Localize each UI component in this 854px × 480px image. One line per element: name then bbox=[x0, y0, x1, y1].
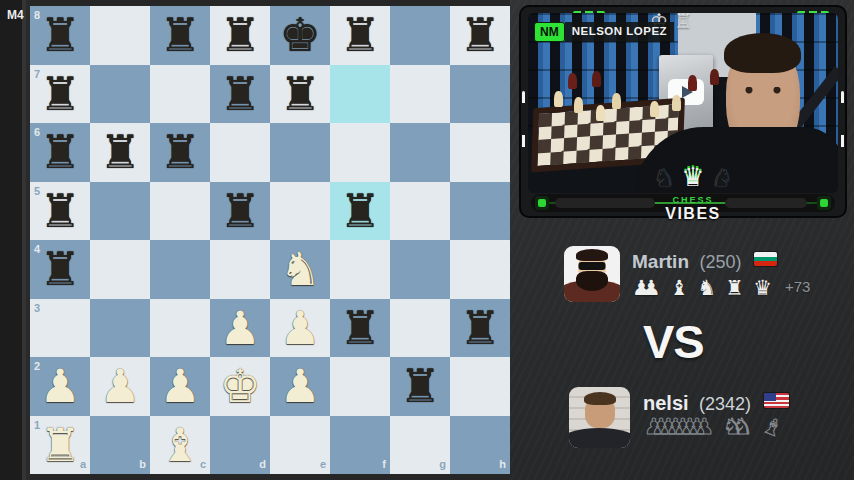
square-b4[interactable] bbox=[90, 240, 150, 299]
bar-pill-left bbox=[555, 198, 655, 208]
square-h4[interactable] bbox=[450, 240, 510, 299]
streamer-title-row: NM NELSON LOPEZ bbox=[534, 22, 674, 42]
piece-white-pawn[interactable]: ♟ bbox=[150, 357, 210, 416]
captured-white-queen: ♛ bbox=[753, 276, 772, 300]
avatar-hair bbox=[584, 392, 616, 405]
file-label: g bbox=[439, 459, 446, 470]
piece-black-rook[interactable]: ♜ bbox=[450, 6, 510, 65]
chess-vibes-logo: ♞ ♛ ♞ CHESS VIBES bbox=[643, 162, 743, 222]
file-label: e bbox=[320, 459, 326, 470]
logo-knight-left-icon: ♞ bbox=[654, 164, 676, 192]
square-d6[interactable] bbox=[210, 123, 270, 182]
square-g6[interactable] bbox=[390, 123, 450, 182]
rank-label: 3 bbox=[34, 303, 40, 314]
square-a7[interactable]: 7♜ bbox=[30, 65, 90, 124]
piece-black-rook[interactable]: ♜ bbox=[390, 357, 450, 416]
player-top-name[interactable]: Martin bbox=[632, 251, 689, 272]
logo-text-vibes: VIBES bbox=[643, 205, 743, 222]
square-c4[interactable] bbox=[150, 240, 210, 299]
frame-light-left bbox=[522, 91, 525, 165]
square-e2[interactable]: ♟ bbox=[270, 357, 330, 416]
square-f4[interactable] bbox=[330, 240, 390, 299]
square-f6[interactable] bbox=[330, 123, 390, 182]
player-top-captured-pieces: ♟♟♝♞♜♛+73 bbox=[632, 276, 810, 300]
player-bottom-captured-pieces: ♟♟♟♟♟♟♟♟♞♞♝ bbox=[644, 414, 780, 439]
square-c6[interactable]: ♜ bbox=[150, 123, 210, 182]
square-g8[interactable] bbox=[390, 6, 450, 65]
square-b1[interactable]: b bbox=[90, 416, 150, 475]
bar-green-icon-left bbox=[535, 196, 549, 210]
piece-black-rook[interactable]: ♜ bbox=[30, 123, 90, 182]
move-label: M4 bbox=[7, 8, 24, 22]
square-e8[interactable]: ♚ bbox=[270, 6, 330, 65]
piece-black-rook[interactable]: ♜ bbox=[90, 123, 150, 182]
square-h1[interactable]: h bbox=[450, 416, 510, 475]
player-top-rating: (250) bbox=[699, 252, 741, 272]
square-b3[interactable] bbox=[90, 299, 150, 358]
square-g3[interactable] bbox=[390, 299, 450, 358]
captured-black-pawns: ♟♟♟♟♟♟♟♟ bbox=[644, 414, 714, 439]
material-advantage: +73 bbox=[785, 278, 810, 295]
cream-chess-pieces bbox=[554, 91, 563, 107]
streamer-name-label: NELSON LOPEZ bbox=[565, 22, 674, 42]
square-g5[interactable] bbox=[390, 182, 450, 241]
avatar-hair bbox=[576, 249, 608, 261]
chess-board[interactable]: 8♜♜♜♚♜♜7♜♜♜6♜♜♜5♜♜♜4♜♞3♟♟♜♜2♟♟♟♚♟♜1a♜bc♝… bbox=[30, 6, 510, 474]
captured-white-rook: ♜ bbox=[725, 276, 744, 300]
piece-black-rook[interactable]: ♜ bbox=[30, 65, 90, 124]
square-g2[interactable]: ♜ bbox=[390, 357, 450, 416]
square-c8[interactable]: ♜ bbox=[150, 6, 210, 65]
avatar-shirt bbox=[569, 428, 630, 448]
square-c3[interactable] bbox=[150, 299, 210, 358]
piece-black-rook[interactable]: ♜ bbox=[330, 299, 390, 358]
square-a1[interactable]: 1a♜ bbox=[30, 416, 90, 475]
piece-black-rook[interactable]: ♜ bbox=[210, 6, 270, 65]
piece-black-rook[interactable]: ♜ bbox=[30, 182, 90, 241]
square-b7[interactable] bbox=[90, 65, 150, 124]
piece-white-pawn[interactable]: ♟ bbox=[270, 299, 330, 358]
square-b8[interactable] bbox=[90, 6, 150, 65]
left-sidebar: M4 bbox=[0, 0, 30, 480]
square-d5[interactable]: ♜ bbox=[210, 182, 270, 241]
piece-black-rook[interactable]: ♜ bbox=[150, 6, 210, 65]
usa-flag-icon bbox=[764, 393, 789, 408]
right-panel: ♔ ♖ NM NELSON LOPEZ bbox=[510, 0, 854, 480]
square-a6[interactable]: 6♜ bbox=[30, 123, 90, 182]
player-bottom-avatar[interactable] bbox=[569, 387, 630, 448]
file-label: b bbox=[139, 459, 146, 470]
square-f7[interactable] bbox=[330, 65, 390, 124]
square-d8[interactable]: ♜ bbox=[210, 6, 270, 65]
player-bottom-name[interactable]: nelsi bbox=[643, 392, 689, 414]
piece-black-rook[interactable]: ♜ bbox=[210, 65, 270, 124]
player-bottom-name-row: nelsi (2342) bbox=[643, 392, 789, 415]
square-h2[interactable] bbox=[450, 357, 510, 416]
captured-black-knights: ♞♞ bbox=[723, 414, 752, 439]
square-a8[interactable]: 8♜ bbox=[30, 6, 90, 65]
logo-pieces: ♞ ♛ ♞ bbox=[643, 162, 743, 196]
piece-white-pawn[interactable]: ♟ bbox=[30, 357, 90, 416]
avatar-sunglasses bbox=[579, 262, 606, 270]
piece-black-rook[interactable]: ♜ bbox=[450, 299, 510, 358]
piece-white-king[interactable]: ♚ bbox=[210, 357, 270, 416]
piece-black-rook[interactable]: ♜ bbox=[150, 123, 210, 182]
piece-black-rook[interactable]: ♜ bbox=[210, 182, 270, 241]
square-b2[interactable]: ♟ bbox=[90, 357, 150, 416]
square-h3[interactable]: ♜ bbox=[450, 299, 510, 358]
versus-label: VS bbox=[643, 314, 704, 369]
logo-knight-right-icon: ♞ bbox=[711, 163, 733, 193]
piece-white-pawn[interactable]: ♟ bbox=[210, 299, 270, 358]
square-g4[interactable] bbox=[390, 240, 450, 299]
piece-black-king[interactable]: ♚ bbox=[270, 6, 330, 65]
square-d4[interactable] bbox=[210, 240, 270, 299]
app-window: M4 8♜♜♜♚♜♜7♜♜♜6♜♜♜5♜♜♜4♜♞3♟♟♜♜2♟♟♟♚♟♜1a♜… bbox=[0, 0, 854, 480]
player-top-avatar[interactable] bbox=[564, 246, 620, 302]
piece-black-rook[interactable]: ♜ bbox=[330, 6, 390, 65]
piece-white-knight[interactable]: ♞ bbox=[270, 240, 330, 299]
logo-text-chess: CHESS bbox=[643, 196, 743, 205]
square-h8[interactable]: ♜ bbox=[450, 6, 510, 65]
square-b6[interactable]: ♜ bbox=[90, 123, 150, 182]
square-e3[interactable]: ♟ bbox=[270, 299, 330, 358]
avatar-beard bbox=[576, 271, 608, 291]
piece-white-bishop[interactable]: ♝ bbox=[150, 416, 210, 475]
square-d1[interactable]: d bbox=[210, 416, 270, 475]
square-c1[interactable]: c♝ bbox=[150, 416, 210, 475]
piece-black-rook[interactable]: ♜ bbox=[270, 65, 330, 124]
square-a5[interactable]: 5♜ bbox=[30, 182, 90, 241]
square-h6[interactable] bbox=[450, 123, 510, 182]
square-e4[interactable]: ♞ bbox=[270, 240, 330, 299]
frame-light-right bbox=[841, 91, 844, 165]
square-c7[interactable] bbox=[150, 65, 210, 124]
square-g7[interactable] bbox=[390, 65, 450, 124]
square-h7[interactable] bbox=[450, 65, 510, 124]
square-b5[interactable] bbox=[90, 182, 150, 241]
player-bottom-rating: (2342) bbox=[699, 394, 751, 414]
captured-black-bishop: ♝ bbox=[759, 412, 787, 443]
square-f5[interactable]: ♜ bbox=[330, 182, 390, 241]
file-label: d bbox=[259, 459, 266, 470]
bar-green-icon-right bbox=[817, 196, 831, 210]
square-e1[interactable]: e bbox=[270, 416, 330, 475]
square-e5[interactable] bbox=[270, 182, 330, 241]
captured-white-knight: ♞ bbox=[697, 276, 716, 300]
piece-black-rook[interactable]: ♜ bbox=[30, 240, 90, 299]
piece-white-pawn[interactable]: ♟ bbox=[270, 357, 330, 416]
piece-black-rook[interactable]: ♜ bbox=[330, 182, 390, 241]
piece-black-rook[interactable]: ♜ bbox=[30, 6, 90, 65]
webcam-frame: ♔ ♖ NM NELSON LOPEZ bbox=[519, 5, 847, 218]
square-f8[interactable]: ♜ bbox=[330, 6, 390, 65]
square-g1[interactable]: g bbox=[390, 416, 450, 475]
square-f3[interactable]: ♜ bbox=[330, 299, 390, 358]
square-c5[interactable] bbox=[150, 182, 210, 241]
square-f2[interactable] bbox=[330, 357, 390, 416]
red-chess-pieces bbox=[568, 73, 577, 89]
logo-queen-icon: ♛ bbox=[681, 162, 704, 192]
square-h5[interactable] bbox=[450, 182, 510, 241]
square-f1[interactable]: f bbox=[330, 416, 390, 475]
file-label: f bbox=[382, 459, 386, 470]
piece-white-rook[interactable]: ♜ bbox=[30, 416, 90, 475]
square-c2[interactable]: ♟ bbox=[150, 357, 210, 416]
captured-white-bishop: ♝ bbox=[670, 276, 689, 300]
square-d3[interactable]: ♟ bbox=[210, 299, 270, 358]
square-e6[interactable] bbox=[270, 123, 330, 182]
bulgaria-flag-icon bbox=[754, 252, 777, 266]
square-e7[interactable]: ♜ bbox=[270, 65, 330, 124]
square-d7[interactable]: ♜ bbox=[210, 65, 270, 124]
square-a4[interactable]: 4♜ bbox=[30, 240, 90, 299]
piece-white-pawn[interactable]: ♟ bbox=[90, 357, 150, 416]
nm-title-badge: NM bbox=[534, 22, 565, 42]
file-label: h bbox=[499, 459, 506, 470]
square-d2[interactable]: ♚ bbox=[210, 357, 270, 416]
captured-white-pawns: ♟♟ bbox=[632, 276, 661, 300]
square-a3[interactable]: 3 bbox=[30, 299, 90, 358]
player-top-name-row: Martin (250) bbox=[632, 251, 777, 273]
square-a2[interactable]: 2♟ bbox=[30, 357, 90, 416]
